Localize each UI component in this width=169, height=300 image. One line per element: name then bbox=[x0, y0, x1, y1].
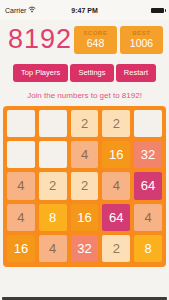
tile-4-r3c1: 4 bbox=[7, 172, 35, 199]
best-box: BEST 1006 bbox=[120, 26, 163, 54]
tile-16-r2c4: 16 bbox=[102, 141, 130, 168]
tile-4-r4c5: 4 bbox=[134, 204, 162, 231]
app-title: 8192 bbox=[8, 24, 74, 55]
tile-2-r5c4: 2 bbox=[102, 235, 130, 262]
empty-cell-r1c2 bbox=[39, 110, 67, 137]
empty-cell-r2c2 bbox=[39, 141, 67, 168]
score-box: SCORE 648 bbox=[74, 26, 117, 54]
tile-4-r4c1: 4 bbox=[7, 204, 35, 231]
wifi-icon bbox=[28, 6, 36, 14]
subtitle: Join the numbers to get to 8192! bbox=[0, 91, 169, 100]
restart-button[interactable]: Restart bbox=[116, 64, 156, 82]
tile-64-r3c5: 64 bbox=[134, 172, 162, 199]
clock: 9:47 PM bbox=[71, 7, 97, 14]
battery-icon bbox=[151, 8, 164, 13]
header: 8192 SCORE 648 BEST 1006 bbox=[0, 20, 169, 55]
tile-2-r3c3: 2 bbox=[71, 172, 99, 199]
tile-16-r5c1: 16 bbox=[7, 235, 35, 262]
tile-4-r2c3: 4 bbox=[71, 141, 99, 168]
board[interactable]: 224163242246448166441643228 bbox=[3, 106, 166, 267]
empty-cell-r2c1 bbox=[7, 141, 35, 168]
score-value: 648 bbox=[87, 37, 105, 49]
carrier-label: Carrier bbox=[5, 7, 26, 14]
tile-2-r3c2: 2 bbox=[39, 172, 67, 199]
best-label: BEST bbox=[132, 30, 150, 36]
tile-32-r2c5: 32 bbox=[134, 141, 162, 168]
status-bar: Carrier 9:47 PM bbox=[0, 0, 169, 20]
tile-2-r1c3: 2 bbox=[71, 110, 99, 137]
tile-32-r5c3: 32 bbox=[71, 235, 99, 262]
tile-4-r3c4: 4 bbox=[102, 172, 130, 199]
tile-16-r4c3: 16 bbox=[71, 204, 99, 231]
button-row: Top Players Settings Restart bbox=[0, 64, 169, 82]
empty-cell-r1c5 bbox=[134, 110, 162, 137]
top-players-button[interactable]: Top Players bbox=[13, 64, 68, 82]
tile-4-r5c2: 4 bbox=[39, 235, 67, 262]
settings-button[interactable]: Settings bbox=[70, 64, 113, 82]
tile-2-r1c4: 2 bbox=[102, 110, 130, 137]
tile-64-r4c4: 64 bbox=[102, 204, 130, 231]
tile-8-r4c2: 8 bbox=[39, 204, 67, 231]
best-value: 1006 bbox=[130, 37, 153, 49]
score-label: SCORE bbox=[84, 30, 108, 36]
tile-8-r5c5: 8 bbox=[134, 235, 162, 262]
empty-cell-r1c1 bbox=[7, 110, 35, 137]
